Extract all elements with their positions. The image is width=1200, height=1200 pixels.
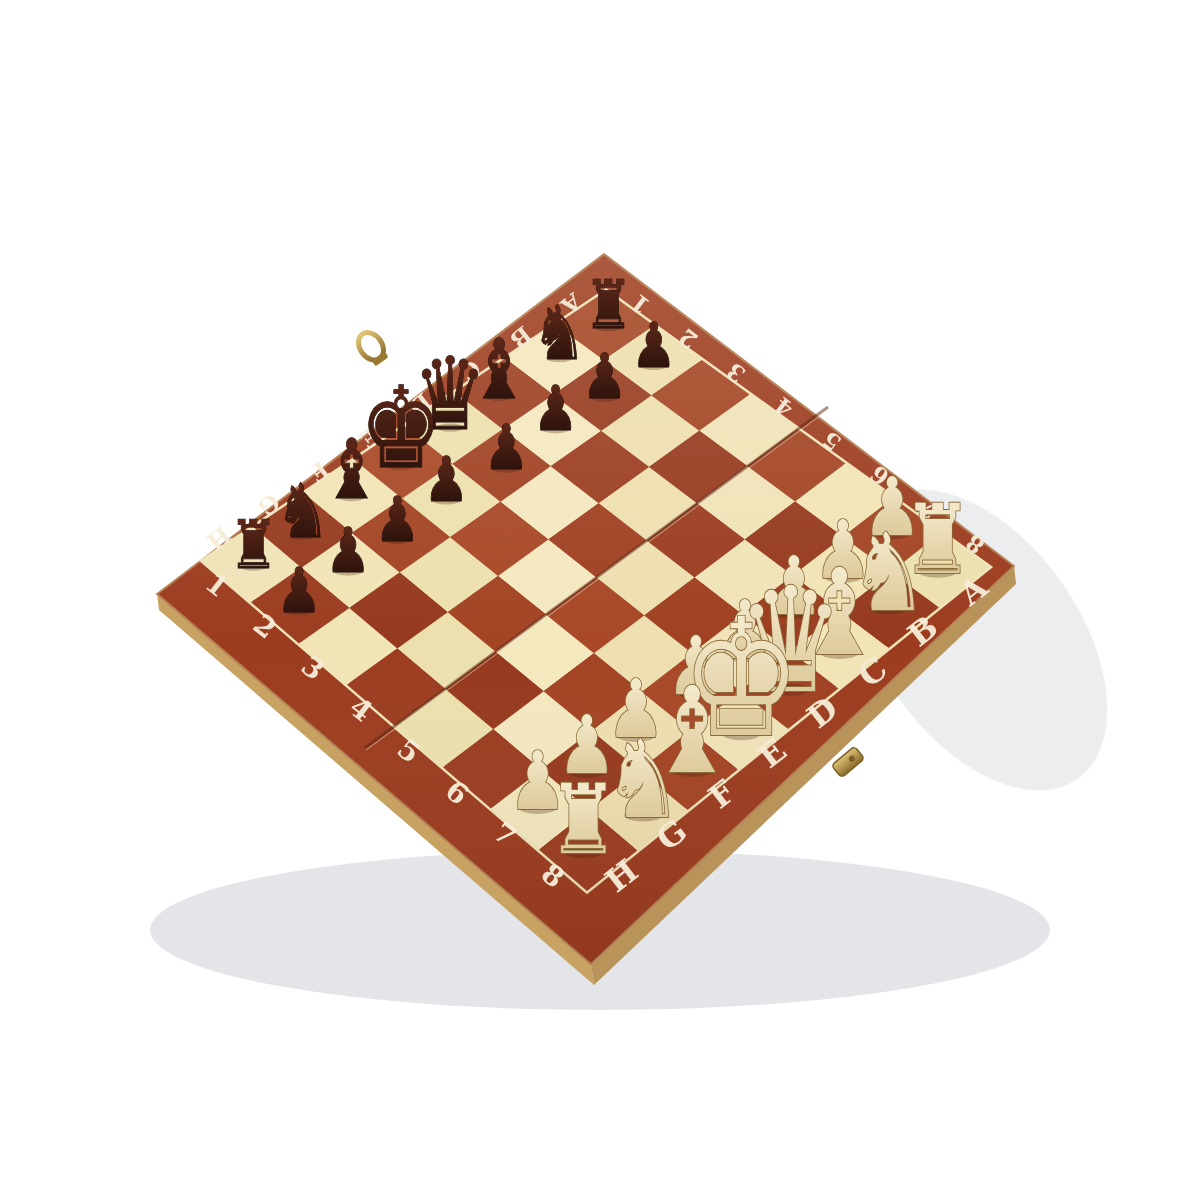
piece-black-pawn-d2[interactable]: ♟	[484, 411, 530, 483]
piece-black-pawn-f2[interactable]: ♟	[374, 483, 420, 555]
piece-black-pawn-c2[interactable]: ♟	[533, 372, 579, 444]
piece-black-pawn-a2[interactable]: ♟	[631, 309, 677, 381]
product-photo-chess-set: H11HG22GF33FE44ED55DC66CB77BA88A♜♞♟♝♟♛♟♚…	[0, 0, 1200, 1200]
piece-black-knight-b1[interactable]: ♞	[532, 290, 587, 376]
piece-black-pawn-b2[interactable]: ♟	[582, 340, 628, 412]
piece-black-pawn-g2[interactable]: ♟	[325, 514, 371, 586]
piece-white-rook-h8[interactable]: ♜	[548, 764, 619, 877]
piece-black-knight-g1[interactable]: ♞	[275, 468, 330, 554]
piece-black-rook-a1[interactable]: ♜	[584, 267, 633, 344]
piece-black-bishop-f1[interactable]: ♝	[321, 422, 382, 518]
piece-black-pawn-e2[interactable]: ♟	[424, 443, 470, 515]
piece-black-pawn-h2[interactable]: ♟	[276, 554, 322, 626]
piece-black-rook-h1[interactable]: ♜	[229, 506, 278, 583]
chess-board-scene: H11HG22GF33FE44ED55DC66CB77BA88A♜♞♟♝♟♛♟♚…	[0, 0, 1200, 1200]
